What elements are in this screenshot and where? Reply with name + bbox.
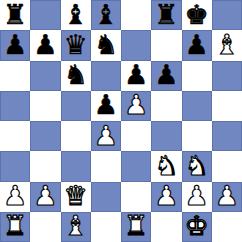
black-pawn-piece: ♟ <box>154 61 178 88</box>
square-c4[interactable] <box>61 121 91 151</box>
black-knight-piece: ♞ <box>94 31 118 58</box>
white-pawn-piece: ♟ <box>124 91 148 118</box>
white-pawn-piece: ♟ <box>185 182 209 209</box>
black-queen-piece: ♛ <box>64 31 88 58</box>
square-b3[interactable] <box>30 151 60 181</box>
square-h7[interactable]: ♝ <box>212 30 242 60</box>
square-d8[interactable]: ♝ <box>91 0 121 30</box>
white-knight-piece: ♞ <box>185 152 209 179</box>
white-rook-piece: ♜ <box>124 212 148 239</box>
square-g5[interactable] <box>182 91 212 121</box>
black-pawn-piece: ♟ <box>3 31 27 58</box>
square-b2[interactable]: ♟ <box>30 182 60 212</box>
black-pawn-piece: ♟ <box>124 61 148 88</box>
square-c6[interactable]: ♞ <box>61 61 91 91</box>
square-h5[interactable] <box>212 91 242 121</box>
white-pawn-piece: ♟ <box>3 182 27 209</box>
black-king-piece: ♚ <box>185 1 209 28</box>
square-b5[interactable] <box>30 91 60 121</box>
square-c7[interactable]: ♛ <box>61 30 91 60</box>
square-d5[interactable]: ♟ <box>91 91 121 121</box>
square-h3[interactable] <box>212 151 242 181</box>
square-b8[interactable] <box>30 0 60 30</box>
square-f1[interactable] <box>151 212 181 242</box>
square-c3[interactable] <box>61 151 91 181</box>
square-a3[interactable] <box>0 151 30 181</box>
square-g3[interactable]: ♞ <box>182 151 212 181</box>
square-h6[interactable] <box>212 61 242 91</box>
square-e4[interactable] <box>121 121 151 151</box>
square-c8[interactable]: ♝ <box>61 0 91 30</box>
white-knight-piece: ♞ <box>154 152 178 179</box>
white-bishop-piece: ♝ <box>215 31 239 58</box>
white-pawn-piece: ♟ <box>94 122 118 149</box>
black-bishop-piece: ♝ <box>94 1 118 28</box>
chessboard-container: ♜♝♝♜♚♟♟♛♞♟♝♞♟♟♟♟♟♞♞♟♟♛♟♟♟♜♝♜♚ <box>0 0 242 242</box>
square-b6[interactable] <box>30 61 60 91</box>
square-c1[interactable]: ♝ <box>61 212 91 242</box>
white-rook-piece: ♜ <box>3 212 27 239</box>
square-h4[interactable] <box>212 121 242 151</box>
square-f5[interactable] <box>151 91 181 121</box>
white-bishop-piece: ♝ <box>64 212 88 239</box>
square-a2[interactable]: ♟ <box>0 182 30 212</box>
square-h1[interactable] <box>212 212 242 242</box>
black-pawn-piece: ♟ <box>33 31 57 58</box>
square-b4[interactable] <box>30 121 60 151</box>
white-pawn-piece: ♟ <box>33 182 57 209</box>
square-a6[interactable] <box>0 61 30 91</box>
square-g1[interactable]: ♚ <box>182 212 212 242</box>
square-g2[interactable]: ♟ <box>182 182 212 212</box>
square-e8[interactable] <box>121 0 151 30</box>
square-f2[interactable]: ♟ <box>151 182 181 212</box>
square-f8[interactable]: ♜ <box>151 0 181 30</box>
square-c2[interactable]: ♛ <box>61 182 91 212</box>
square-f4[interactable] <box>151 121 181 151</box>
square-h2[interactable]: ♟ <box>212 182 242 212</box>
square-e2[interactable] <box>121 182 151 212</box>
white-pawn-piece: ♟ <box>154 182 178 209</box>
white-king-piece: ♚ <box>185 212 209 239</box>
square-g6[interactable] <box>182 61 212 91</box>
square-g4[interactable] <box>182 121 212 151</box>
square-b7[interactable]: ♟ <box>30 30 60 60</box>
square-a4[interactable] <box>0 121 30 151</box>
square-a8[interactable]: ♜ <box>0 0 30 30</box>
square-a5[interactable] <box>0 91 30 121</box>
black-pawn-piece: ♟ <box>185 31 209 58</box>
square-f7[interactable] <box>151 30 181 60</box>
square-c5[interactable] <box>61 91 91 121</box>
square-g8[interactable]: ♚ <box>182 0 212 30</box>
square-a1[interactable]: ♜ <box>0 212 30 242</box>
square-g7[interactable]: ♟ <box>182 30 212 60</box>
square-e7[interactable] <box>121 30 151 60</box>
white-pawn-piece: ♟ <box>215 182 239 209</box>
square-a7[interactable]: ♟ <box>0 30 30 60</box>
square-h8[interactable] <box>212 0 242 30</box>
square-d3[interactable] <box>91 151 121 181</box>
black-pawn-piece: ♟ <box>94 91 118 118</box>
square-d6[interactable] <box>91 61 121 91</box>
square-d7[interactable]: ♞ <box>91 30 121 60</box>
square-e3[interactable] <box>121 151 151 181</box>
black-rook-piece: ♜ <box>3 1 27 28</box>
square-e5[interactable]: ♟ <box>121 91 151 121</box>
square-d4[interactable]: ♟ <box>91 121 121 151</box>
square-b1[interactable] <box>30 212 60 242</box>
square-f6[interactable]: ♟ <box>151 61 181 91</box>
black-bishop-piece: ♝ <box>64 1 88 28</box>
square-d2[interactable] <box>91 182 121 212</box>
square-d1[interactable] <box>91 212 121 242</box>
black-rook-piece: ♜ <box>154 1 178 28</box>
black-knight-piece: ♞ <box>64 61 88 88</box>
square-e6[interactable]: ♟ <box>121 61 151 91</box>
white-queen-piece: ♛ <box>64 182 88 209</box>
square-e1[interactable]: ♜ <box>121 212 151 242</box>
chess-board: ♜♝♝♜♚♟♟♛♞♟♝♞♟♟♟♟♟♞♞♟♟♛♟♟♟♜♝♜♚ <box>0 0 242 242</box>
square-f3[interactable]: ♞ <box>151 151 181 181</box>
